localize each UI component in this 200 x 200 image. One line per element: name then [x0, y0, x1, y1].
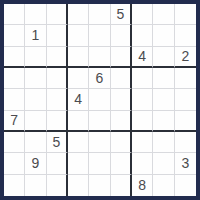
sudoku-cell-r6c1[interactable]: 7 [4, 111, 25, 132]
sudoku-cell-r2c3[interactable] [47, 25, 68, 46]
sudoku-cell-r3c3[interactable] [47, 47, 68, 68]
sudoku-cell-r3c8[interactable] [153, 47, 174, 68]
sudoku-cell-r7c5[interactable] [89, 132, 110, 153]
sudoku-cell-r6c6[interactable] [111, 111, 132, 132]
sudoku-cell-r1c1[interactable] [4, 4, 25, 25]
sudoku-cell-r9c6[interactable] [111, 175, 132, 196]
sudoku-cell-r4c1[interactable] [4, 68, 25, 89]
sudoku-cell-r8c4[interactable] [68, 153, 89, 174]
sudoku-cell-r9c5[interactable] [89, 175, 110, 196]
sudoku-cell-r4c3[interactable] [47, 68, 68, 89]
sudoku-cell-r9c2[interactable] [25, 175, 46, 196]
sudoku-cell-r5c1[interactable] [4, 89, 25, 110]
sudoku-cell-r9c4[interactable] [68, 175, 89, 196]
sudoku-cell-r3c9[interactable]: 2 [175, 47, 196, 68]
sudoku-cell-r4c4[interactable] [68, 68, 89, 89]
sudoku-cell-r1c5[interactable] [89, 4, 110, 25]
sudoku-cell-r7c7[interactable] [132, 132, 153, 153]
sudoku-cell-r7c3[interactable]: 5 [47, 132, 68, 153]
sudoku-cell-r7c1[interactable] [4, 132, 25, 153]
sudoku-cell-r2c4[interactable] [68, 25, 89, 46]
sudoku-cell-r3c4[interactable] [68, 47, 89, 68]
sudoku-cell-r6c8[interactable] [153, 111, 174, 132]
sudoku-cell-r9c1[interactable] [4, 175, 25, 196]
sudoku-cell-r2c6[interactable] [111, 25, 132, 46]
sudoku-cell-r4c7[interactable] [132, 68, 153, 89]
sudoku-cell-r3c7[interactable]: 4 [132, 47, 153, 68]
sudoku-cell-r9c8[interactable] [153, 175, 174, 196]
sudoku-cell-r6c9[interactable] [175, 111, 196, 132]
sudoku-cell-r2c7[interactable] [132, 25, 153, 46]
sudoku-cell-r1c3[interactable] [47, 4, 68, 25]
sudoku-cell-r4c9[interactable] [175, 68, 196, 89]
sudoku-cell-r6c4[interactable] [68, 111, 89, 132]
sudoku-board: 51426475938 [0, 0, 200, 200]
sudoku-cell-r6c2[interactable] [25, 111, 46, 132]
sudoku-cell-r7c4[interactable] [68, 132, 89, 153]
sudoku-cell-r1c9[interactable] [175, 4, 196, 25]
sudoku-cell-r3c5[interactable] [89, 47, 110, 68]
sudoku-cell-r9c3[interactable] [47, 175, 68, 196]
sudoku-cell-r5c6[interactable] [111, 89, 132, 110]
sudoku-cell-r3c6[interactable] [111, 47, 132, 68]
sudoku-cell-r8c3[interactable] [47, 153, 68, 174]
sudoku-cell-r1c7[interactable] [132, 4, 153, 25]
sudoku-cell-r4c5[interactable]: 6 [89, 68, 110, 89]
sudoku-cell-r8c1[interactable] [4, 153, 25, 174]
sudoku-cell-r4c8[interactable] [153, 68, 174, 89]
sudoku-cell-r9c7[interactable]: 8 [132, 175, 153, 196]
sudoku-cell-r4c2[interactable] [25, 68, 46, 89]
sudoku-cell-r1c6[interactable]: 5 [111, 4, 132, 25]
sudoku-cell-r7c8[interactable] [153, 132, 174, 153]
sudoku-cell-r7c2[interactable] [25, 132, 46, 153]
sudoku-cell-r1c2[interactable] [25, 4, 46, 25]
sudoku-cell-r8c2[interactable]: 9 [25, 153, 46, 174]
sudoku-cell-r2c5[interactable] [89, 25, 110, 46]
sudoku-cell-r5c3[interactable] [47, 89, 68, 110]
sudoku-cell-r8c9[interactable]: 3 [175, 153, 196, 174]
sudoku-cell-r8c6[interactable] [111, 153, 132, 174]
sudoku-cell-r5c7[interactable] [132, 89, 153, 110]
sudoku-cell-r2c2[interactable]: 1 [25, 25, 46, 46]
sudoku-cell-r6c5[interactable] [89, 111, 110, 132]
sudoku-cell-r7c6[interactable] [111, 132, 132, 153]
sudoku-cell-r7c9[interactable] [175, 132, 196, 153]
sudoku-cell-r3c2[interactable] [25, 47, 46, 68]
sudoku-cell-r8c5[interactable] [89, 153, 110, 174]
sudoku-cell-r5c4[interactable]: 4 [68, 89, 89, 110]
sudoku-cell-r2c9[interactable] [175, 25, 196, 46]
sudoku-cell-r2c8[interactable] [153, 25, 174, 46]
sudoku-cell-r5c8[interactable] [153, 89, 174, 110]
sudoku-cell-r9c9[interactable] [175, 175, 196, 196]
sudoku-cell-r2c1[interactable] [4, 25, 25, 46]
sudoku-cell-r5c2[interactable] [25, 89, 46, 110]
sudoku-cell-r6c7[interactable] [132, 111, 153, 132]
sudoku-cell-r8c7[interactable] [132, 153, 153, 174]
sudoku-cell-r5c9[interactable] [175, 89, 196, 110]
sudoku-cell-r3c1[interactable] [4, 47, 25, 68]
sudoku-cell-r6c3[interactable] [47, 111, 68, 132]
sudoku-cell-r4c6[interactable] [111, 68, 132, 89]
sudoku-cell-r1c4[interactable] [68, 4, 89, 25]
sudoku-cell-r8c8[interactable] [153, 153, 174, 174]
sudoku-cell-r5c5[interactable] [89, 89, 110, 110]
sudoku-cell-r1c8[interactable] [153, 4, 174, 25]
